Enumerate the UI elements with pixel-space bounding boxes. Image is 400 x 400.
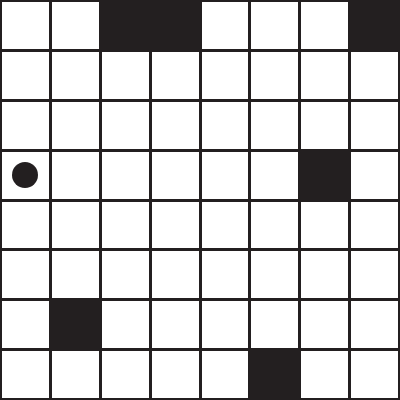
cell-r2c5[interactable] [202,52,249,99]
cell-r7c2 [52,301,99,348]
cell-r7c6[interactable] [251,301,298,348]
cell-r3c5[interactable] [202,102,249,149]
cell-r7c1[interactable] [2,301,49,348]
cell-r1c1[interactable] [2,2,49,49]
cell-r4c7 [301,152,348,199]
cell-r5c3[interactable] [102,202,149,249]
cell-r7c3[interactable] [102,301,149,348]
cell-r1c8 [351,2,398,49]
cell-r6c2[interactable] [52,251,99,298]
cell-r8c5[interactable] [202,351,249,398]
cell-r3c1[interactable] [2,102,49,149]
cell-r3c6[interactable] [251,102,298,149]
cell-r5c6[interactable] [251,202,298,249]
cell-r1c2[interactable] [52,2,99,49]
cell-r8c6 [251,351,298,398]
cell-r7c5[interactable] [202,301,249,348]
cell-r8c2[interactable] [52,351,99,398]
cell-r4c2[interactable] [52,152,99,199]
cell-r6c7[interactable] [301,251,348,298]
cell-r6c3[interactable] [102,251,149,298]
cell-r5c2[interactable] [52,202,99,249]
cell-r8c7[interactable] [301,351,348,398]
cell-r1c5[interactable] [202,2,249,49]
cell-r5c7[interactable] [301,202,348,249]
puzzle-board [0,0,400,400]
cell-r8c3[interactable] [102,351,149,398]
cell-r2c1[interactable] [2,52,49,99]
cell-r6c8[interactable] [351,251,398,298]
cell-r5c4[interactable] [152,202,199,249]
cell-r7c8[interactable] [351,301,398,348]
cell-r4c6[interactable] [251,152,298,199]
cell-r5c5[interactable] [202,202,249,249]
cell-r4c5[interactable] [202,152,249,199]
cell-r5c1[interactable] [2,202,49,249]
cell-r2c4[interactable] [152,52,199,99]
cell-r4c4[interactable] [152,152,199,199]
cell-r1c4 [152,2,199,49]
cell-r6c4[interactable] [152,251,199,298]
black-circle-marker [12,162,38,188]
cell-r1c7[interactable] [301,2,348,49]
cell-r3c3[interactable] [102,102,149,149]
cell-r2c3[interactable] [102,52,149,99]
cell-r8c1[interactable] [2,351,49,398]
cell-r2c2[interactable] [52,52,99,99]
cell-r6c5[interactable] [202,251,249,298]
cell-r1c3 [102,2,149,49]
cell-r1c6[interactable] [251,2,298,49]
cell-r7c4[interactable] [152,301,199,348]
cell-r7c7[interactable] [301,301,348,348]
cell-r3c4[interactable] [152,102,199,149]
cell-r4c8[interactable] [351,152,398,199]
cell-r4c3[interactable] [102,152,149,199]
cell-r5c8[interactable] [351,202,398,249]
cell-r8c4[interactable] [152,351,199,398]
cell-r3c8[interactable] [351,102,398,149]
cell-r2c6[interactable] [251,52,298,99]
cell-r8c8[interactable] [351,351,398,398]
cell-r3c7[interactable] [301,102,348,149]
cell-r2c8[interactable] [351,52,398,99]
cell-r4c1[interactable] [2,152,49,199]
cell-r2c7[interactable] [301,52,348,99]
cell-r6c1[interactable] [2,251,49,298]
cell-r3c2[interactable] [52,102,99,149]
cell-r6c6[interactable] [251,251,298,298]
